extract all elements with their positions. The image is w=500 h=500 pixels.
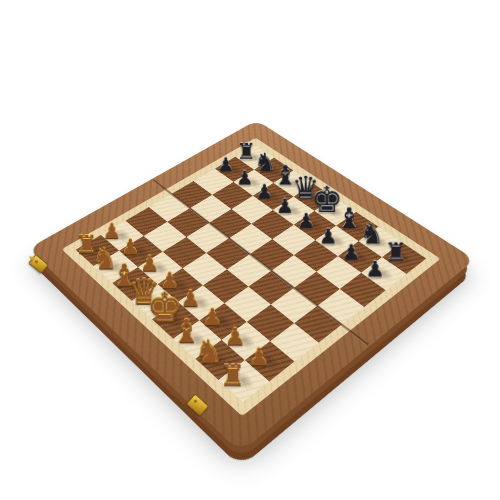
piece-black-pawn[interactable]: ♟ xyxy=(255,182,273,202)
piece-black-rook[interactable]: ♜ xyxy=(236,140,256,162)
square-d4[interactable] xyxy=(206,238,250,269)
piece-white-pawn[interactable]: ♟ xyxy=(102,221,121,242)
chess-board-3d: ♜♞♝♛♚♝♞♜♟♟♟♟♟♟♟♟♟♟♟♟♟♟♟♟♜♞♝♛♚♝♞♜ xyxy=(28,120,475,452)
board-maple-border: ♜♞♝♛♚♝♞♜♟♟♟♟♟♟♟♟♟♟♟♟♟♟♟♟♜♞♝♛♚♝♞♜ xyxy=(62,138,441,417)
piece-black-pawn[interactable]: ♟ xyxy=(217,156,234,175)
piece-white-pawn[interactable]: ♟ xyxy=(202,306,223,329)
piece-white-rook[interactable]: ♜ xyxy=(219,360,245,389)
piece-black-pawn[interactable]: ♟ xyxy=(319,226,338,247)
piece-white-pawn[interactable]: ♟ xyxy=(180,288,200,310)
product-photo-scene: Folding wooden chess set photographed at… xyxy=(0,0,500,500)
piece-white-pawn[interactable]: ♟ xyxy=(248,345,269,369)
square-a5[interactable] xyxy=(172,181,213,208)
piece-black-rook[interactable]: ♜ xyxy=(384,239,407,264)
piece-black-knight[interactable]: ♞ xyxy=(359,220,384,248)
piece-white-pawn[interactable]: ♟ xyxy=(121,237,140,258)
piece-black-bishop[interactable]: ♝ xyxy=(336,204,361,232)
piece-black-pawn[interactable]: ♟ xyxy=(236,169,253,188)
piece-black-pawn[interactable]: ♟ xyxy=(341,242,360,263)
piece-black-pawn[interactable]: ♟ xyxy=(297,211,315,231)
piece-black-pawn[interactable]: ♟ xyxy=(276,196,294,216)
piece-white-pawn[interactable]: ♟ xyxy=(224,325,245,348)
square-d5[interactable] xyxy=(229,224,272,254)
board-grid: ♜♞♝♛♚♝♞♜♟♟♟♟♟♟♟♟♟♟♟♟♟♟♟♟♜♞♝♛♚♝♞♜ xyxy=(76,145,427,402)
piece-black-pawn[interactable]: ♟ xyxy=(365,259,384,281)
board-frame: ♜♞♝♛♚♝♞♜♟♟♟♟♟♟♟♟♟♟♟♟♟♟♟♟♜♞♝♛♚♝♞♜ xyxy=(28,120,475,452)
